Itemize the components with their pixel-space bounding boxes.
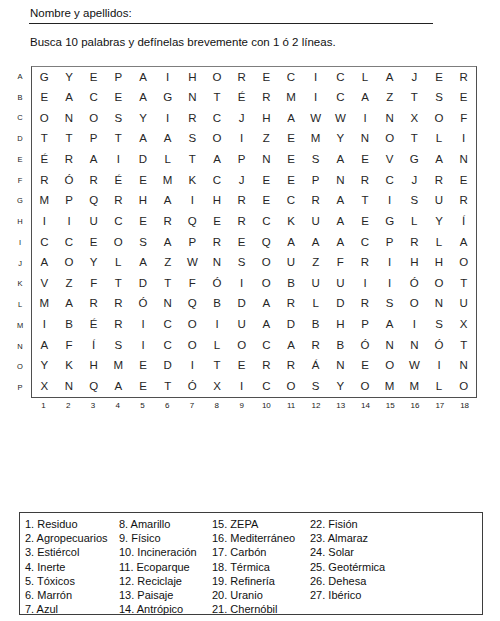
cell-I13: A	[328, 232, 353, 253]
cell-C1: O	[32, 108, 57, 129]
cell-H16: L	[402, 211, 427, 232]
cell-B9: É	[229, 88, 254, 109]
cell-M2: B	[57, 315, 82, 336]
cell-G5: H	[131, 191, 156, 212]
cell-J6: Z	[155, 253, 180, 274]
cell-J8: N	[205, 253, 230, 274]
cell-J7: W	[180, 253, 205, 274]
cell-C8: C	[205, 108, 230, 129]
word-search-grid: GYEPAIHORECICLAJEREACEAGNTÉRMICAZTSEONOS…	[31, 66, 477, 398]
cell-K11: B	[279, 273, 304, 294]
cell-F14: R	[353, 170, 378, 191]
cell-P9: I	[229, 376, 254, 397]
cell-F15: C	[377, 170, 402, 191]
cell-H1: I	[32, 211, 57, 232]
cell-H14: E	[353, 211, 378, 232]
col-label-13: 13	[328, 401, 353, 413]
cell-G3: Q	[81, 191, 106, 212]
cell-A5: A	[131, 67, 156, 88]
cell-C12: W	[303, 108, 328, 129]
cell-N7: O	[180, 335, 205, 356]
cell-D1: T	[32, 129, 57, 150]
cell-O16: W	[402, 356, 427, 377]
word-item: 6. Marrón	[25, 588, 108, 602]
cell-L6: N	[155, 294, 180, 315]
cell-N2: F	[57, 335, 82, 356]
cell-M16: I	[402, 315, 427, 336]
cell-A7: H	[180, 67, 205, 88]
col-label-8: 8	[204, 401, 229, 413]
cell-B8: T	[205, 88, 230, 109]
cell-H6: R	[155, 211, 180, 232]
cell-O7: I	[180, 356, 205, 377]
cell-I11: A	[279, 232, 304, 253]
col-label-18: 18	[452, 401, 477, 413]
word-item: 13. Paisaje	[119, 588, 197, 602]
cell-G13: A	[328, 191, 353, 212]
cell-A14: L	[353, 67, 378, 88]
word-list-column-2: 8. Amarillo9. Físico10. Incineración11. …	[119, 517, 197, 616]
word-item: 11. Ecoparque	[119, 560, 197, 574]
cell-O9: E	[229, 356, 254, 377]
cell-J4: L	[106, 253, 131, 274]
col-label-4: 4	[105, 401, 130, 413]
cell-N5: I	[131, 335, 156, 356]
cell-F11: E	[279, 170, 304, 191]
cell-N4: S	[106, 335, 131, 356]
cell-O12: Á	[303, 356, 328, 377]
cell-O6: D	[155, 356, 180, 377]
cell-J3: Y	[81, 253, 106, 274]
cell-M17: S	[427, 315, 452, 336]
cell-G11: C	[279, 191, 304, 212]
cell-E6: L	[155, 150, 180, 171]
cell-C10: H	[254, 108, 279, 129]
cell-P16: M	[402, 376, 427, 397]
row-label-D: D	[13, 128, 27, 149]
row-label-C: C	[13, 108, 27, 129]
cell-B4: E	[106, 88, 131, 109]
cell-D5: A	[131, 129, 156, 150]
cell-P11: O	[279, 376, 304, 397]
word-item: 17. Carbón	[212, 545, 295, 559]
cell-I5: S	[131, 232, 156, 253]
cell-E9: P	[229, 150, 254, 171]
cell-J12: Z	[303, 253, 328, 274]
cell-E5: D	[131, 150, 156, 171]
col-label-10: 10	[254, 401, 279, 413]
cell-H18: Í	[451, 211, 476, 232]
cell-A9: R	[229, 67, 254, 88]
cell-F17: R	[427, 170, 452, 191]
cell-E14: E	[353, 150, 378, 171]
cell-J15: I	[377, 253, 402, 274]
cell-C9: J	[229, 108, 254, 129]
col-label-5: 5	[130, 401, 155, 413]
cell-K18: T	[451, 273, 476, 294]
cell-G16: S	[402, 191, 427, 212]
word-item: 8. Amarillo	[119, 517, 197, 531]
cell-A17: E	[427, 67, 452, 88]
cell-C15: N	[377, 108, 402, 129]
word-list-column-3: 15. ZEPA16. Mediterráneo17. Carbón18. Té…	[212, 517, 295, 616]
cell-J10: O	[254, 253, 279, 274]
cell-G15: I	[377, 191, 402, 212]
col-label-9: 9	[229, 401, 254, 413]
cell-D17: L	[427, 129, 452, 150]
cell-N11: A	[279, 335, 304, 356]
cell-B18: E	[451, 88, 476, 109]
cell-O14: E	[353, 356, 378, 377]
cell-I6: A	[155, 232, 180, 253]
cell-E16: G	[402, 150, 427, 171]
cell-A15: A	[377, 67, 402, 88]
word-item: 14. Antrópico	[119, 602, 197, 616]
cell-E3: A	[81, 150, 106, 171]
cell-K12: U	[303, 273, 328, 294]
cell-M5: I	[131, 315, 156, 336]
word-item: 5. Tóxicos	[25, 574, 108, 588]
cell-C7: R	[180, 108, 205, 129]
cell-L13: D	[328, 294, 353, 315]
cell-J5: A	[131, 253, 156, 274]
cell-I10: Q	[254, 232, 279, 253]
cell-N3: Í	[81, 335, 106, 356]
cell-L17: N	[427, 294, 452, 315]
cell-P8: X	[205, 376, 230, 397]
cell-L2: A	[57, 294, 82, 315]
word-item: 15. ZEPA	[212, 517, 295, 531]
word-item: 19. Refinería	[212, 574, 295, 588]
cell-O2: K	[57, 356, 82, 377]
cell-G18: R	[451, 191, 476, 212]
cell-I14: C	[353, 232, 378, 253]
cell-G10: E	[254, 191, 279, 212]
cell-E12: S	[303, 150, 328, 171]
cell-C14: I	[353, 108, 378, 129]
row-label-B: B	[13, 87, 27, 108]
cell-M12: B	[303, 315, 328, 336]
row-label-H: H	[13, 211, 27, 232]
cell-M4: R	[106, 315, 131, 336]
cell-C4: S	[106, 108, 131, 129]
cell-O10: R	[254, 356, 279, 377]
cell-A11: C	[279, 67, 304, 88]
cell-G1: M	[32, 191, 57, 212]
cell-D11: E	[279, 129, 304, 150]
cell-F4: É	[106, 170, 131, 191]
cell-I4: O	[106, 232, 131, 253]
cell-M15: A	[377, 315, 402, 336]
cell-H11: K	[279, 211, 304, 232]
cell-J16: H	[402, 253, 427, 274]
cell-D15: O	[377, 129, 402, 150]
cell-L5: Ó	[131, 294, 156, 315]
cell-A12: I	[303, 67, 328, 88]
cell-J2: O	[57, 253, 82, 274]
cell-F7: K	[180, 170, 205, 191]
cell-F13: N	[328, 170, 353, 191]
cell-E1: É	[32, 150, 57, 171]
cell-G6: A	[155, 191, 180, 212]
cell-D6: A	[155, 129, 180, 150]
cell-K5: D	[131, 273, 156, 294]
cell-M3: É	[81, 315, 106, 336]
cell-N10: C	[254, 335, 279, 356]
cell-K17: O	[427, 273, 452, 294]
word-item: 2. Agropecuarios	[25, 531, 108, 545]
cell-H7: Q	[180, 211, 205, 232]
cell-A18: R	[451, 67, 476, 88]
cell-A1: G	[32, 67, 57, 88]
cell-O8: T	[205, 356, 230, 377]
cell-O4: M	[106, 356, 131, 377]
cell-F12: P	[303, 170, 328, 191]
cell-N9: O	[229, 335, 254, 356]
word-item: 26. Dehesa	[310, 574, 385, 588]
word-list-column-4: 22. Fisión23. Almaraz24. Solar25. Geotér…	[310, 517, 385, 602]
word-list: 1. Residuo2. Agropecuarios3. Estiércol4.…	[19, 512, 483, 615]
row-label-I: I	[13, 232, 27, 253]
cell-N16: N	[402, 335, 427, 356]
cell-C17: O	[427, 108, 452, 129]
cell-O3: H	[81, 356, 106, 377]
cell-G17: U	[427, 191, 452, 212]
word-item: 16. Mediterráneo	[212, 531, 295, 545]
cell-N8: L	[205, 335, 230, 356]
cell-C11: A	[279, 108, 304, 129]
cell-K7: F	[180, 273, 205, 294]
cell-E17: A	[427, 150, 452, 171]
cell-M10: A	[254, 315, 279, 336]
cell-K16: Ó	[402, 273, 427, 294]
cell-L15: S	[377, 294, 402, 315]
cell-F9: J	[229, 170, 254, 191]
cell-K15: I	[377, 273, 402, 294]
cell-K4: T	[106, 273, 131, 294]
cell-O5: E	[131, 356, 156, 377]
cell-N17: Ó	[427, 335, 452, 356]
cell-J9: S	[229, 253, 254, 274]
cell-A3: E	[81, 67, 106, 88]
cell-P17: L	[427, 376, 452, 397]
cell-O1: Y	[32, 356, 57, 377]
word-item: 23. Almaraz	[310, 531, 385, 545]
cell-F2: Ó	[57, 170, 82, 191]
word-search-worksheet: Nombre y apellidos: Busca 10 palabras y …	[0, 0, 500, 621]
word-item: 10. Incineración	[119, 545, 197, 559]
cell-N12: R	[303, 335, 328, 356]
cell-F5: E	[131, 170, 156, 191]
cell-I2: C	[57, 232, 82, 253]
cell-B12: I	[303, 88, 328, 109]
cell-J18: O	[451, 253, 476, 274]
cell-K1: V	[32, 273, 57, 294]
cell-B17: S	[427, 88, 452, 109]
cell-M6: C	[155, 315, 180, 336]
word-item: 22. Fisión	[310, 517, 385, 531]
cell-H13: A	[328, 211, 353, 232]
cell-B13: C	[328, 88, 353, 109]
col-label-16: 16	[403, 401, 428, 413]
cell-N15: N	[377, 335, 402, 356]
cell-I16: R	[402, 232, 427, 253]
cell-I8: R	[205, 232, 230, 253]
cell-P5: E	[131, 376, 156, 397]
cell-E13: A	[328, 150, 353, 171]
cell-P7: Ó	[180, 376, 205, 397]
cell-L12: L	[303, 294, 328, 315]
cell-P2: N	[57, 376, 82, 397]
cell-G9: R	[229, 191, 254, 212]
cell-F10: E	[254, 170, 279, 191]
cell-D4: T	[106, 129, 131, 150]
cell-N6: C	[155, 335, 180, 356]
row-label-L: L	[13, 294, 27, 315]
cell-P4: A	[106, 376, 131, 397]
cell-M8: I	[205, 315, 230, 336]
cell-P1: X	[32, 376, 57, 397]
cell-F3: R	[81, 170, 106, 191]
cell-G4: R	[106, 191, 131, 212]
cell-N1: A	[32, 335, 57, 356]
cell-P6: T	[155, 376, 180, 397]
cell-B6: G	[155, 88, 180, 109]
word-item: 9. Físico	[119, 531, 197, 545]
cell-H12: U	[303, 211, 328, 232]
cell-C13: W	[328, 108, 353, 129]
cell-D3: P	[81, 129, 106, 150]
cell-L4: R	[106, 294, 131, 315]
cell-M9: U	[229, 315, 254, 336]
cell-I1: C	[32, 232, 57, 253]
cell-M7: O	[180, 315, 205, 336]
cell-E4: I	[106, 150, 131, 171]
cell-O11: R	[279, 356, 304, 377]
cell-K8: Ó	[205, 273, 230, 294]
word-item: 4. Inerte	[25, 560, 108, 574]
row-label-F: F	[13, 170, 27, 191]
col-label-11: 11	[279, 401, 304, 413]
cell-H5: E	[131, 211, 156, 232]
cell-O13: N	[328, 356, 353, 377]
cell-A6: I	[155, 67, 180, 88]
cell-G8: H	[205, 191, 230, 212]
cell-D12: M	[303, 129, 328, 150]
cell-H3: U	[81, 211, 106, 232]
cell-D18: I	[451, 129, 476, 150]
cell-P14: O	[353, 376, 378, 397]
cell-C6: I	[155, 108, 180, 129]
cell-D7: S	[180, 129, 205, 150]
word-item: 3. Estiércol	[25, 545, 108, 559]
cell-E11: E	[279, 150, 304, 171]
row-label-E: E	[13, 149, 27, 170]
cell-L8: B	[205, 294, 230, 315]
col-label-3: 3	[81, 401, 106, 413]
cell-D16: T	[402, 129, 427, 150]
cell-D13: Y	[328, 129, 353, 150]
cell-G14: T	[353, 191, 378, 212]
cell-L16: O	[402, 294, 427, 315]
col-label-17: 17	[427, 401, 452, 413]
cell-L1: M	[32, 294, 57, 315]
cell-G2: P	[57, 191, 82, 212]
cell-B10: R	[254, 88, 279, 109]
cell-B16: T	[402, 88, 427, 109]
row-label-P: P	[13, 377, 27, 398]
cell-L7: Q	[180, 294, 205, 315]
row-label-O: O	[13, 357, 27, 378]
cell-E10: N	[254, 150, 279, 171]
cell-C16: X	[402, 108, 427, 129]
cell-C3: O	[81, 108, 106, 129]
cell-C2: N	[57, 108, 82, 129]
cell-M11: D	[279, 315, 304, 336]
cell-I15: P	[377, 232, 402, 253]
cell-D9: I	[229, 129, 254, 150]
cell-L9: D	[229, 294, 254, 315]
cell-K14: I	[353, 273, 378, 294]
col-label-14: 14	[353, 401, 378, 413]
instruction-text: Busca 10 palabras y defínelas brevemente…	[30, 36, 336, 48]
cell-K3: F	[81, 273, 106, 294]
row-label-M: M	[13, 315, 27, 336]
cell-K13: U	[328, 273, 353, 294]
cell-I9: E	[229, 232, 254, 253]
cell-J17: H	[427, 253, 452, 274]
cell-E8: A	[205, 150, 230, 171]
cell-B14: A	[353, 88, 378, 109]
cell-F18: E	[451, 170, 476, 191]
cell-L3: R	[81, 294, 106, 315]
row-label-K: K	[13, 274, 27, 295]
row-label-N: N	[13, 336, 27, 357]
cell-B3: C	[81, 88, 106, 109]
cell-H8: E	[205, 211, 230, 232]
cell-P3: Q	[81, 376, 106, 397]
cell-F8: C	[205, 170, 230, 191]
col-label-7: 7	[180, 401, 205, 413]
cell-P18: O	[451, 376, 476, 397]
cell-P13: Y	[328, 376, 353, 397]
cell-B1: E	[32, 88, 57, 109]
cell-L10: A	[254, 294, 279, 315]
cell-H9: R	[229, 211, 254, 232]
cell-A10: E	[254, 67, 279, 88]
cell-J11: U	[279, 253, 304, 274]
word-item: 1. Residuo	[25, 517, 108, 531]
cell-J13: F	[328, 253, 353, 274]
cell-H10: C	[254, 211, 279, 232]
cell-O17: I	[427, 356, 452, 377]
col-label-12: 12	[304, 401, 329, 413]
cell-C18: F	[451, 108, 476, 129]
cell-D2: T	[57, 129, 82, 150]
cell-M14: P	[353, 315, 378, 336]
row-label-G: G	[13, 191, 27, 212]
grid-col-labels: 123456789101112131415161718	[31, 401, 477, 413]
cell-K2: Z	[57, 273, 82, 294]
cell-F16: J	[402, 170, 427, 191]
cell-L14: R	[353, 294, 378, 315]
cell-A8: O	[205, 67, 230, 88]
cell-I17: L	[427, 232, 452, 253]
cell-E18: N	[451, 150, 476, 171]
cell-B2: A	[57, 88, 82, 109]
cell-L18: U	[451, 294, 476, 315]
cell-I7: P	[180, 232, 205, 253]
